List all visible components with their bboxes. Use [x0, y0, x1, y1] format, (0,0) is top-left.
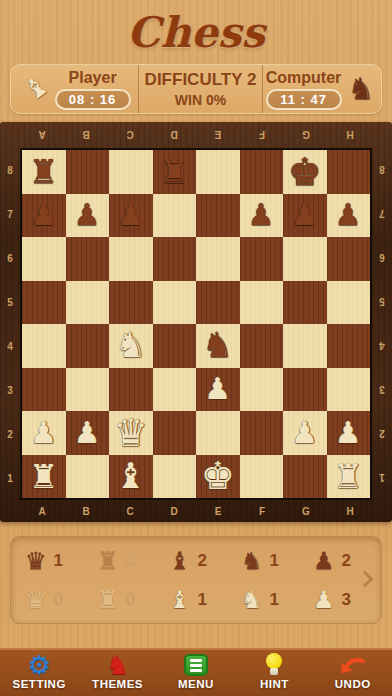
black-pawn[interactable]: ♟: [248, 200, 275, 230]
black-rook[interactable]: ♜: [159, 155, 189, 188]
coord-label-1: 1: [0, 456, 20, 500]
board-grid: ♜♜♚♟♟♟♟♟♟♞♞♟♟♟♛♟♟♜♝♚♜: [20, 148, 372, 500]
square-g4[interactable]: [283, 324, 327, 368]
white-pawn[interactable]: ♟: [291, 418, 318, 448]
square-b5[interactable]: [66, 281, 110, 325]
captured-white-queen: ♛0: [25, 588, 63, 612]
white-bishop-icon: ♝: [17, 67, 55, 106]
square-e4[interactable]: ♞: [196, 324, 240, 368]
coord-label-1: 1: [372, 456, 392, 500]
undo-button-label: UNDO: [335, 678, 371, 690]
coord-label-2: 2: [0, 412, 20, 456]
square-d4[interactable]: [153, 324, 197, 368]
square-a2[interactable]: ♟: [22, 411, 66, 455]
board-ranks-left: 87654321: [0, 148, 20, 500]
square-b8[interactable]: [66, 150, 110, 194]
coord-label-b: B: [64, 500, 108, 522]
square-b1[interactable]: [66, 455, 110, 499]
black-pawn[interactable]: ♟: [117, 200, 144, 230]
black-pawn[interactable]: ♟: [291, 200, 318, 230]
coord-label-5: 5: [372, 280, 392, 324]
white-queen[interactable]: ♛: [114, 414, 148, 452]
square-g2[interactable]: ♟: [283, 411, 327, 455]
coord-label-b: B: [64, 124, 108, 146]
white-king[interactable]: ♚: [201, 457, 235, 495]
square-e6[interactable]: [196, 237, 240, 281]
black-pawn[interactable]: ♟: [30, 200, 57, 230]
square-b2[interactable]: ♟: [66, 411, 110, 455]
square-e1[interactable]: ♚: [196, 455, 240, 499]
square-d2[interactable]: [153, 411, 197, 455]
captured-white-rook: ♜0: [97, 588, 135, 612]
menu-button-label: MENU: [178, 678, 214, 690]
white-pawn[interactable]: ♟: [74, 418, 101, 448]
coord-label-d: D: [152, 124, 196, 146]
black-knight-icon: ♞: [348, 71, 375, 106]
black-pawn[interactable]: ♟: [335, 200, 362, 230]
square-h8[interactable]: [327, 150, 371, 194]
square-b6[interactable]: [66, 237, 110, 281]
square-g3[interactable]: [283, 368, 327, 412]
captured-more-chevron-icon[interactable]: [357, 571, 374, 588]
square-d6[interactable]: [153, 237, 197, 281]
square-f2[interactable]: [240, 411, 284, 455]
square-h3[interactable]: [327, 368, 371, 412]
square-e5[interactable]: [196, 281, 240, 325]
square-c6[interactable]: [109, 237, 153, 281]
white-pawn[interactable]: ♟: [335, 418, 362, 448]
player-panel: ♝ Player 08 : 16: [11, 65, 138, 113]
square-d8[interactable]: ♜: [153, 150, 197, 194]
coord-label-a: A: [20, 124, 64, 146]
coord-label-f: F: [240, 124, 284, 146]
coord-label-c: C: [108, 124, 152, 146]
square-c8[interactable]: [109, 150, 153, 194]
menu-button[interactable]: MENU: [160, 650, 232, 696]
square-h2[interactable]: ♟: [327, 411, 371, 455]
coord-label-e: E: [196, 124, 240, 146]
white-bishop-icon: ♝: [169, 588, 191, 612]
difficulty-label: DIFFICULTY 2: [145, 70, 257, 90]
white-bishop[interactable]: ♝: [115, 459, 146, 494]
captured-black-pawn: ♟2: [313, 549, 351, 573]
square-h6[interactable]: [327, 237, 371, 281]
square-c4[interactable]: ♞: [109, 324, 153, 368]
square-e8[interactable]: [196, 150, 240, 194]
menu-icon: [184, 654, 208, 676]
square-c1[interactable]: ♝: [109, 455, 153, 499]
square-h4[interactable]: [327, 324, 371, 368]
undo-arrow-icon: [340, 654, 366, 676]
coord-label-3: 3: [372, 368, 392, 412]
coord-label-7: 7: [0, 192, 20, 236]
coord-label-h: H: [328, 124, 372, 146]
square-f7[interactable]: ♟: [240, 194, 284, 238]
white-queen-icon: ♛: [25, 588, 47, 612]
white-rook[interactable]: ♜: [29, 460, 59, 493]
win-rate-label: WIN 0%: [175, 92, 226, 108]
square-d3[interactable]: [153, 368, 197, 412]
captured-count: 1: [198, 590, 207, 610]
coord-label-g: G: [284, 500, 328, 522]
chess-app: Chess ♝ Player 08 : 16 DIFFICULTY 2 WIN …: [0, 0, 392, 696]
captured-pieces-tray: ♛1♜0♝2♞1♟2 ♛0♜0♝1♞1♟3: [10, 536, 382, 624]
board-ranks-right: 87654321: [372, 148, 392, 500]
white-rook[interactable]: ♜: [333, 460, 363, 493]
bulb-icon: [265, 653, 283, 677]
chess-board: ABCDEFGH 87654321 87654321 ABCDEFGH ♜♜♚♟…: [0, 122, 392, 522]
square-a3[interactable]: [22, 368, 66, 412]
square-g1[interactable]: [283, 455, 327, 499]
square-h5[interactable]: [327, 281, 371, 325]
square-f4[interactable]: [240, 324, 284, 368]
square-c2[interactable]: ♛: [109, 411, 153, 455]
square-f3[interactable]: [240, 368, 284, 412]
captured-black-knight: ♞1: [241, 549, 279, 573]
board-files-bottom: ABCDEFGH: [20, 500, 372, 522]
coord-label-h: H: [328, 500, 372, 522]
captured-white-knight: ♞1: [241, 588, 279, 612]
coord-label-4: 4: [0, 324, 20, 368]
square-a8[interactable]: ♜: [22, 150, 66, 194]
square-h1[interactable]: ♜: [327, 455, 371, 499]
captured-count: 2: [198, 551, 207, 571]
captured-black-rook: ♜0: [97, 549, 135, 573]
app-title: Chess: [0, 6, 392, 60]
computer-clock: 11 : 47: [266, 89, 342, 110]
square-e7[interactable]: [196, 194, 240, 238]
setting-button-label: SETTING: [13, 678, 66, 690]
black-pawn[interactable]: ♟: [74, 200, 101, 230]
square-b3[interactable]: [66, 368, 110, 412]
black-pawn-icon: ♟: [313, 549, 335, 573]
square-c3[interactable]: [109, 368, 153, 412]
bottom-toolbar: ⚙ SETTING ♞ THEMES MENU HINT UNDO: [0, 648, 392, 696]
coord-label-6: 6: [0, 236, 20, 280]
square-a4[interactable]: [22, 324, 66, 368]
coord-label-5: 5: [0, 280, 20, 324]
hint-button-label: HINT: [260, 678, 289, 690]
coord-label-a: A: [20, 500, 64, 522]
square-a7[interactable]: ♟: [22, 194, 66, 238]
square-g5[interactable]: [283, 281, 327, 325]
square-g7[interactable]: ♟: [283, 194, 327, 238]
coord-label-4: 4: [372, 324, 392, 368]
board-files-top: ABCDEFGH: [20, 124, 372, 146]
status-bar: ♝ Player 08 : 16 DIFFICULTY 2 WIN 0% Com…: [10, 64, 382, 114]
captured-black-row: ♛1♜0♝2♞1♟2: [25, 542, 351, 580]
white-pawn-icon: ♟: [313, 588, 335, 612]
square-a1[interactable]: ♜: [22, 455, 66, 499]
square-g8[interactable]: ♚: [283, 150, 327, 194]
captured-white-pawn: ♟3: [313, 588, 351, 612]
coord-label-6: 6: [372, 236, 392, 280]
captured-black-bishop: ♝2: [169, 549, 207, 573]
square-a5[interactable]: [22, 281, 66, 325]
square-c5[interactable]: [109, 281, 153, 325]
captured-count: 0: [126, 590, 135, 610]
captured-black-queen: ♛1: [25, 549, 63, 573]
coord-label-e: E: [196, 500, 240, 522]
square-f8[interactable]: [240, 150, 284, 194]
square-a6[interactable]: [22, 237, 66, 281]
captured-count: 2: [342, 551, 351, 571]
coord-label-f: F: [240, 500, 284, 522]
computer-panel: Computer 11 : 47 ♞: [263, 65, 381, 113]
square-d7[interactable]: [153, 194, 197, 238]
black-knight-icon: ♞: [241, 549, 263, 573]
white-pawn[interactable]: ♟: [204, 374, 231, 404]
themes-button[interactable]: ♞ THEMES: [82, 650, 154, 696]
player-label: Player: [69, 69, 117, 87]
captured-white-row: ♛0♜0♝1♞1♟3: [25, 581, 351, 619]
black-queen-icon: ♛: [25, 549, 47, 573]
square-e2[interactable]: [196, 411, 240, 455]
coord-label-d: D: [152, 500, 196, 522]
black-rook-icon: ♜: [97, 549, 119, 573]
themes-button-label: THEMES: [92, 678, 143, 690]
computer-label: Computer: [266, 69, 342, 87]
coord-label-c: C: [108, 500, 152, 522]
square-e3[interactable]: ♟: [196, 368, 240, 412]
square-d5[interactable]: [153, 281, 197, 325]
white-knight-icon: ♞: [241, 588, 263, 612]
knight-icon: ♞: [106, 652, 129, 678]
captured-count: 1: [54, 551, 63, 571]
black-knight[interactable]: ♞: [202, 328, 233, 363]
coord-label-2: 2: [372, 412, 392, 456]
coord-label-7: 7: [372, 192, 392, 236]
square-b4[interactable]: [66, 324, 110, 368]
captured-count: 1: [270, 590, 279, 610]
square-f1[interactable]: [240, 455, 284, 499]
captured-white-bishop: ♝1: [169, 588, 207, 612]
coord-label-8: 8: [372, 148, 392, 192]
square-g6[interactable]: [283, 237, 327, 281]
coord-label-3: 3: [0, 368, 20, 412]
gear-icon: ⚙: [28, 652, 51, 678]
black-king[interactable]: ♚: [288, 153, 322, 191]
white-rook-icon: ♜: [97, 588, 119, 612]
square-f6[interactable]: [240, 237, 284, 281]
square-h7[interactable]: ♟: [327, 194, 371, 238]
difficulty-panel: DIFFICULTY 2 WIN 0%: [138, 65, 263, 113]
captured-count: 1: [270, 551, 279, 571]
coord-label-g: G: [284, 124, 328, 146]
player-clock: 08 : 16: [55, 89, 131, 110]
captured-count: 0: [54, 590, 63, 610]
white-pawn[interactable]: ♟: [30, 418, 57, 448]
hint-button[interactable]: HINT: [238, 650, 310, 696]
captured-count: 0: [126, 551, 135, 571]
square-f5[interactable]: [240, 281, 284, 325]
black-rook[interactable]: ♜: [29, 155, 59, 188]
square-b7[interactable]: ♟: [66, 194, 110, 238]
setting-button[interactable]: ⚙ SETTING: [3, 650, 75, 696]
white-knight[interactable]: ♞: [115, 328, 146, 363]
square-d1[interactable]: [153, 455, 197, 499]
black-bishop-icon: ♝: [169, 549, 191, 573]
coord-label-8: 8: [0, 148, 20, 192]
undo-button[interactable]: UNDO: [317, 650, 389, 696]
square-c7[interactable]: ♟: [109, 194, 153, 238]
captured-count: 3: [342, 590, 351, 610]
